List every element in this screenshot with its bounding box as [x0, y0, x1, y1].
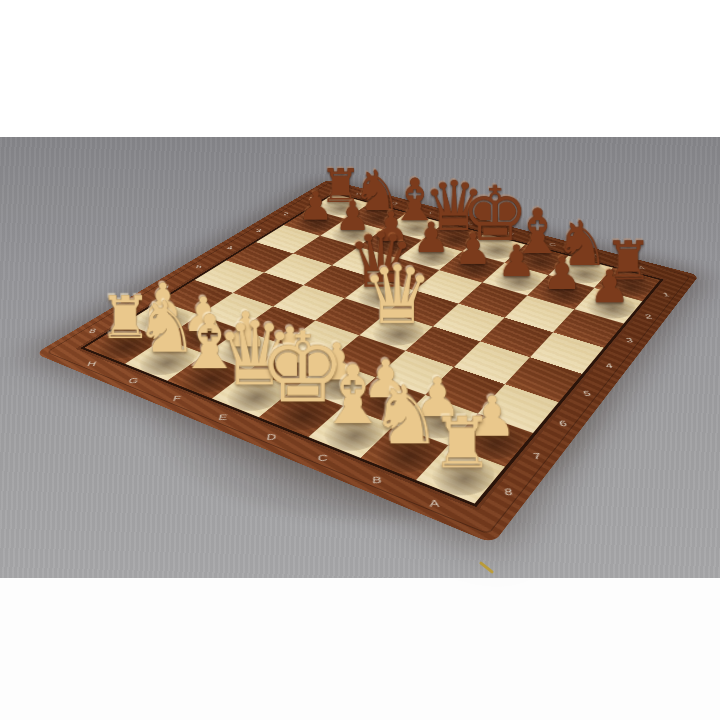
square-a3[interactable] — [553, 309, 624, 347]
pawn-icon: ♟ — [497, 239, 536, 283]
queen-icon: ♛ — [361, 255, 433, 335]
square-g4[interactable] — [264, 253, 332, 285]
pawn-icon: ♟ — [454, 228, 492, 271]
board-perspective-wrapper: HH88GG77FF66EE55DD44CC33BB22AA11 ♜♟♟♜♞♟♟… — [0, 0, 720, 720]
playing-field: ♜♟♟♜♞♟♟♞♝♟♟♝♛♟♛♟♛♚♟♛♟♚♝♟♟♝♞♟♟♞♜♟♟♜ — [85, 194, 660, 504]
rook-icon: ♜ — [430, 408, 493, 479]
square-c3[interactable] — [459, 283, 528, 318]
product-photo-scene: HH88GG77FF66EE55DD44CC33BB22AA11 ♜♟♟♜♞♟♟… — [0, 0, 720, 720]
pawn-icon: ♟ — [589, 264, 630, 310]
board-grid: ♜♟♟♜♞♟♟♞♝♟♟♝♛♟♛♟♛♚♟♛♟♚♝♟♟♝♞♟♟♞♜♟♟♜ — [85, 194, 660, 504]
chess-board: HH88GG77FF66EE55DD44CC33BB22AA11 ♜♟♟♜♞♟♟… — [35, 180, 699, 544]
pawn-icon: ♟ — [298, 186, 333, 225]
pawn-icon: ♟ — [542, 251, 582, 296]
